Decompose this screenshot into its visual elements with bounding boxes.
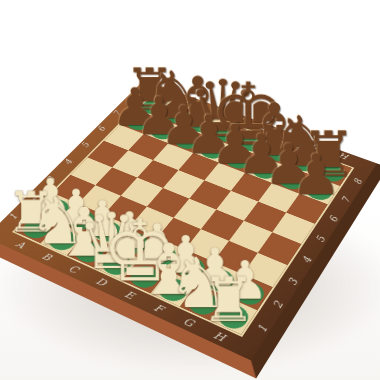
rank-label-left-5: 5 (79, 141, 93, 149)
file-label-h: H (211, 329, 228, 344)
black-pawn: ♟ (259, 146, 372, 202)
square-h7: ♟ (299, 176, 339, 205)
perspective-wrapper: ♜♞♝♛♚♝♞♜♟♟♟♟♟♟♟♟♟♟♟♟♟♟♟♟♜♞♝♛♚♝♞♜ AABBCCD… (0, 0, 380, 380)
rank-label-left-4: 4 (62, 158, 76, 166)
rank-label-4: 4 (300, 255, 316, 265)
chess-board: ♜♞♝♛♚♝♞♜♟♟♟♟♟♟♟♟♟♟♟♟♟♟♟♟♜♞♝♛♚♝♞♜ AABBCCD… (0, 80, 380, 378)
rank-label-6: 6 (326, 214, 341, 223)
rank-label-7: 7 (339, 195, 354, 204)
rank-label-1: 1 (255, 323, 272, 334)
board-grid: ♜♞♝♛♚♝♞♜♟♟♟♟♟♟♟♟♟♟♟♟♟♟♟♟♜♞♝♛♚♝♞♜ (15, 94, 352, 334)
rank-label-5: 5 (313, 234, 328, 244)
white-rook: ♜ (167, 270, 289, 331)
chess-set-photo: ♜♞♝♛♚♝♞♜♟♟♟♟♟♟♟♟♟♟♟♟♟♟♟♟♜♞♝♛♚♝♞♜ AABBCCD… (0, 0, 380, 380)
